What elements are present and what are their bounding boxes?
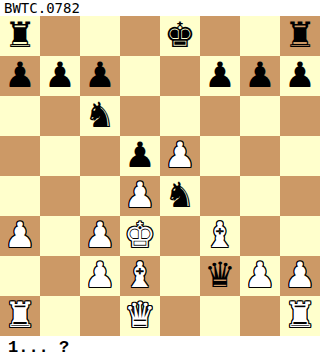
white-queen-icon: ♛	[124, 296, 155, 335]
square-a5[interactable]	[0, 136, 40, 176]
square-h4[interactable]	[280, 176, 320, 216]
white-pawn-icon: ♟	[124, 176, 155, 215]
black-pawn-icon: ♟	[4, 56, 35, 95]
square-f7[interactable]: ♟	[200, 56, 240, 96]
square-f3[interactable]: ♝	[200, 216, 240, 256]
square-c2[interactable]: ♟	[80, 256, 120, 296]
square-g2[interactable]: ♟	[240, 256, 280, 296]
square-g7[interactable]: ♟	[240, 56, 280, 96]
white-king-icon: ♚	[124, 216, 155, 255]
square-a3[interactable]: ♟	[0, 216, 40, 256]
square-f6[interactable]	[200, 96, 240, 136]
white-pawn-icon: ♟	[84, 216, 115, 255]
white-pawn-icon: ♟	[4, 216, 35, 255]
square-c8[interactable]	[80, 16, 120, 56]
square-e8[interactable]: ♚	[160, 16, 200, 56]
square-d7[interactable]	[120, 56, 160, 96]
white-pawn-icon: ♟	[244, 256, 275, 295]
chess-board: ♜♚♜♟♟♟♟♟♟♞♟♟♟♞♟♟♚♝♟♝♛♟♟♜♛♜	[0, 16, 320, 336]
square-b7[interactable]: ♟	[40, 56, 80, 96]
square-h8[interactable]: ♜	[280, 16, 320, 56]
square-f5[interactable]	[200, 136, 240, 176]
square-h2[interactable]: ♟	[280, 256, 320, 296]
square-f4[interactable]	[200, 176, 240, 216]
black-pawn-icon: ♟	[204, 56, 235, 95]
square-b3[interactable]	[40, 216, 80, 256]
square-b1[interactable]	[40, 296, 80, 336]
move-prompt: 1... ?	[0, 336, 320, 360]
square-b5[interactable]	[40, 136, 80, 176]
square-c3[interactable]: ♟	[80, 216, 120, 256]
square-a7[interactable]: ♟	[0, 56, 40, 96]
square-d3[interactable]: ♚	[120, 216, 160, 256]
square-h3[interactable]	[280, 216, 320, 256]
square-g6[interactable]	[240, 96, 280, 136]
square-d4[interactable]: ♟	[120, 176, 160, 216]
square-h5[interactable]	[280, 136, 320, 176]
square-e2[interactable]	[160, 256, 200, 296]
square-g5[interactable]	[240, 136, 280, 176]
square-e7[interactable]	[160, 56, 200, 96]
square-b8[interactable]	[40, 16, 80, 56]
square-a4[interactable]	[0, 176, 40, 216]
square-h6[interactable]	[280, 96, 320, 136]
square-e1[interactable]	[160, 296, 200, 336]
black-rook-icon: ♜	[4, 16, 35, 55]
square-g8[interactable]	[240, 16, 280, 56]
white-pawn-icon: ♟	[164, 136, 195, 175]
square-f2[interactable]: ♛	[200, 256, 240, 296]
square-c6[interactable]: ♞	[80, 96, 120, 136]
square-d2[interactable]: ♝	[120, 256, 160, 296]
black-queen-icon: ♛	[204, 256, 235, 295]
square-a8[interactable]: ♜	[0, 16, 40, 56]
black-pawn-icon: ♟	[124, 136, 155, 175]
white-pawn-icon: ♟	[284, 256, 315, 295]
square-h7[interactable]: ♟	[280, 56, 320, 96]
black-pawn-icon: ♟	[84, 56, 115, 95]
white-pawn-icon: ♟	[84, 256, 115, 295]
black-knight-icon: ♞	[164, 176, 195, 215]
black-knight-icon: ♞	[84, 96, 115, 135]
chess-puzzle-window: BWTC.0782 ♜♚♜♟♟♟♟♟♟♞♟♟♟♞♟♟♚♝♟♝♛♟♟♜♛♜ 1..…	[0, 0, 320, 360]
white-bishop-icon: ♝	[124, 256, 155, 295]
square-c4[interactable]	[80, 176, 120, 216]
black-pawn-icon: ♟	[44, 56, 75, 95]
square-a6[interactable]	[0, 96, 40, 136]
square-d8[interactable]	[120, 16, 160, 56]
square-c5[interactable]	[80, 136, 120, 176]
black-pawn-icon: ♟	[244, 56, 275, 95]
square-d5[interactable]: ♟	[120, 136, 160, 176]
square-d6[interactable]	[120, 96, 160, 136]
square-e5[interactable]: ♟	[160, 136, 200, 176]
square-f8[interactable]	[200, 16, 240, 56]
square-b6[interactable]	[40, 96, 80, 136]
square-c7[interactable]: ♟	[80, 56, 120, 96]
square-h1[interactable]: ♜	[280, 296, 320, 336]
black-rook-icon: ♜	[284, 16, 315, 55]
square-g1[interactable]	[240, 296, 280, 336]
square-a2[interactable]	[0, 256, 40, 296]
puzzle-id: BWTC.0782	[0, 0, 320, 16]
white-bishop-icon: ♝	[204, 216, 235, 255]
square-g3[interactable]	[240, 216, 280, 256]
square-b2[interactable]	[40, 256, 80, 296]
square-a1[interactable]: ♜	[0, 296, 40, 336]
square-f1[interactable]	[200, 296, 240, 336]
black-pawn-icon: ♟	[284, 56, 315, 95]
square-e4[interactable]: ♞	[160, 176, 200, 216]
square-e6[interactable]	[160, 96, 200, 136]
square-b4[interactable]	[40, 176, 80, 216]
square-g4[interactable]	[240, 176, 280, 216]
white-rook-icon: ♜	[4, 296, 35, 335]
black-king-icon: ♚	[164, 16, 195, 55]
white-rook-icon: ♜	[284, 296, 315, 335]
square-d1[interactable]: ♛	[120, 296, 160, 336]
square-e3[interactable]	[160, 216, 200, 256]
square-c1[interactable]	[80, 296, 120, 336]
